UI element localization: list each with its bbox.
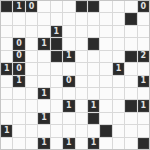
clue-digit: 1 (66, 102, 72, 110)
empty-cell-r4c9[interactable] (113, 51, 124, 62)
wall-cell-r4c4 (51, 51, 62, 62)
empty-cell-r6c0[interactable] (1, 76, 12, 87)
empty-cell-r5c8[interactable] (100, 63, 111, 74)
empty-cell-r1c9[interactable] (113, 13, 124, 24)
empty-cell-r1c4[interactable] (51, 13, 62, 24)
clue-digit: 1 (41, 139, 47, 147)
empty-cell-r8c9[interactable] (113, 100, 124, 111)
empty-cell-r9c6[interactable] (76, 113, 87, 124)
empty-cell-r11c10[interactable] (125, 138, 136, 149)
empty-cell-r2c10[interactable] (125, 26, 136, 37)
empty-cell-r11c6[interactable] (76, 138, 87, 149)
empty-cell-r8c6[interactable] (76, 100, 87, 111)
empty-cell-r5c3[interactable] (38, 63, 49, 74)
clue-digit: 0 (141, 2, 147, 10)
empty-cell-r1c11[interactable] (138, 13, 149, 24)
empty-cell-r8c3[interactable] (38, 100, 49, 111)
clue-cell-1-r8c11: 1 (138, 100, 149, 111)
empty-cell-r3c6[interactable] (76, 38, 87, 49)
empty-cell-r8c1[interactable] (13, 100, 24, 111)
empty-cell-r9c4[interactable] (51, 113, 62, 124)
empty-cell-r7c1[interactable] (13, 88, 24, 99)
empty-cell-r4c0[interactable] (1, 51, 12, 62)
empty-cell-r9c8[interactable] (100, 113, 111, 124)
wall-cell-r3c4 (51, 38, 62, 49)
wall-cell-r1c10 (125, 13, 136, 24)
empty-cell-r6c7[interactable] (88, 76, 99, 87)
empty-cell-r7c9[interactable] (113, 88, 124, 99)
clue-cell-1-r0c1: 1 (13, 1, 24, 12)
empty-cell-r3c8[interactable] (100, 38, 111, 49)
clue-digit: 1 (141, 77, 147, 85)
empty-cell-r0c4[interactable] (51, 1, 62, 12)
puzzle-board-frame: 100101012101101111111111 (0, 0, 150, 150)
clue-cell-0-r4c1: 0 (13, 51, 24, 62)
empty-cell-r0c10[interactable] (125, 1, 136, 12)
empty-cell-r5c10[interactable] (125, 63, 136, 74)
clue-cell-1-r5c9: 1 (113, 63, 124, 74)
clue-digit: 0 (16, 64, 22, 72)
clue-cell-1-r10c0: 1 (1, 125, 12, 136)
empty-cell-r5c2[interactable] (26, 63, 37, 74)
empty-cell-r9c9[interactable] (113, 113, 124, 124)
clue-digit: 1 (91, 102, 97, 110)
empty-cell-r6c4[interactable] (51, 76, 62, 87)
empty-cell-r7c8[interactable] (100, 88, 111, 99)
empty-cell-r9c2[interactable] (26, 113, 37, 124)
puzzle-board: 100101012101101111111111 (1, 1, 149, 149)
clue-digit: 1 (41, 89, 47, 97)
empty-cell-r4c2[interactable] (26, 51, 37, 62)
clue-cell-0-r0c2: 0 (26, 1, 37, 12)
empty-cell-r8c4[interactable] (51, 100, 62, 111)
clue-digit: 2 (141, 52, 147, 60)
clue-digit: 0 (16, 39, 22, 47)
clue-cell-1-r11c5: 1 (63, 138, 74, 149)
clue-cell-0-r6c5: 0 (63, 76, 74, 87)
clue-cell-1-r9c3: 1 (38, 113, 49, 124)
empty-cell-r6c8[interactable] (100, 76, 111, 87)
empty-cell-r6c6[interactable] (76, 76, 87, 87)
empty-cell-r4c7[interactable] (88, 51, 99, 62)
empty-cell-r4c8[interactable] (100, 51, 111, 62)
clue-cell-1-r11c7: 1 (88, 138, 99, 149)
empty-cell-r5c5[interactable] (63, 63, 74, 74)
empty-cell-r7c0[interactable] (1, 88, 12, 99)
clue-cell-1-r3c3: 1 (38, 38, 49, 49)
empty-cell-r1c6[interactable] (76, 13, 87, 24)
empty-cell-r10c9[interactable] (113, 125, 124, 136)
clue-digit: 0 (16, 52, 22, 60)
clue-digit: 1 (66, 52, 72, 60)
clue-cell-1-r4c5: 1 (63, 51, 74, 62)
empty-cell-r11c2[interactable] (26, 138, 37, 149)
clue-digit: 1 (4, 126, 10, 134)
empty-cell-r2c11[interactable] (138, 26, 149, 37)
clue-digit: 1 (16, 2, 22, 10)
empty-cell-r7c7[interactable] (88, 88, 99, 99)
clue-cell-1-r8c5: 1 (63, 100, 74, 111)
empty-cell-r1c0[interactable] (1, 13, 12, 24)
empty-cell-r2c8[interactable] (100, 26, 111, 37)
clue-digit: 1 (41, 39, 47, 47)
empty-cell-r2c0[interactable] (1, 26, 12, 37)
wall-cell-r10c8 (100, 125, 111, 136)
empty-cell-r1c1[interactable] (13, 13, 24, 24)
empty-cell-r2c3[interactable] (38, 26, 49, 37)
empty-cell-r7c4[interactable] (51, 88, 62, 99)
clue-cell-1-r6c1: 1 (13, 76, 24, 87)
empty-cell-r3c2[interactable] (26, 38, 37, 49)
clue-digit: 1 (141, 102, 147, 110)
clue-digit: 1 (16, 77, 22, 85)
empty-cell-r3c10[interactable] (125, 38, 136, 49)
empty-cell-r7c2[interactable] (26, 88, 37, 99)
empty-cell-r10c2[interactable] (26, 125, 37, 136)
empty-cell-r3c11[interactable] (138, 38, 149, 49)
empty-cell-r4c3[interactable] (38, 51, 49, 62)
clue-cell-1-r5c0: 1 (1, 63, 12, 74)
empty-cell-r0c3[interactable] (38, 1, 49, 12)
empty-cell-r2c6[interactable] (76, 26, 87, 37)
empty-cell-r10c3[interactable] (38, 125, 49, 136)
empty-cell-r1c3[interactable] (38, 13, 49, 24)
empty-cell-r6c10[interactable] (125, 76, 136, 87)
empty-cell-r3c0[interactable] (1, 38, 12, 49)
empty-cell-r6c2[interactable] (26, 76, 37, 87)
empty-cell-r8c8[interactable] (100, 100, 111, 111)
empty-cell-r11c4[interactable] (51, 138, 62, 149)
empty-cell-r11c1[interactable] (13, 138, 24, 149)
empty-cell-r10c6[interactable] (76, 125, 87, 136)
empty-cell-r10c1[interactable] (13, 125, 24, 136)
empty-cell-r10c7[interactable] (88, 125, 99, 136)
empty-cell-r7c6[interactable] (76, 88, 87, 99)
empty-cell-r4c6[interactable] (76, 51, 87, 62)
empty-cell-r7c10[interactable] (125, 88, 136, 99)
empty-cell-r1c7[interactable] (88, 13, 99, 24)
clue-cell-0-r5c1: 0 (13, 63, 24, 74)
clue-digit: 0 (66, 77, 72, 85)
clue-cell-1-r6c11: 1 (138, 76, 149, 87)
clue-cell-1-r7c3: 1 (38, 88, 49, 99)
empty-cell-r3c5[interactable] (63, 38, 74, 49)
empty-cell-r7c11[interactable] (138, 88, 149, 99)
empty-cell-r2c5[interactable] (63, 26, 74, 37)
clue-digit: 1 (116, 64, 122, 72)
empty-cell-r2c9[interactable] (113, 26, 124, 37)
empty-cell-r7c5[interactable] (63, 88, 74, 99)
empty-cell-r0c9[interactable] (113, 1, 124, 12)
empty-cell-r10c4[interactable] (51, 125, 62, 136)
empty-cell-r5c11[interactable] (138, 63, 149, 74)
empty-cell-r1c2[interactable] (26, 13, 37, 24)
wall-cell-r0c7 (88, 1, 99, 12)
empty-cell-r11c8[interactable] (100, 138, 111, 149)
clue-digit: 1 (41, 114, 47, 122)
empty-cell-r5c6[interactable] (76, 63, 87, 74)
clue-digit: 0 (29, 2, 35, 10)
empty-cell-r8c0[interactable] (1, 100, 12, 111)
empty-cell-r2c1[interactable] (13, 26, 24, 37)
wall-cell-r4c10 (125, 51, 136, 62)
wall-cell-r0c6 (76, 1, 87, 12)
clue-cell-1-r2c4: 1 (51, 26, 62, 37)
clue-cell-1-r11c3: 1 (38, 138, 49, 149)
clue-cell-0-r0c11: 0 (138, 1, 149, 12)
empty-cell-r9c10[interactable] (125, 113, 136, 124)
empty-cell-r10c5[interactable] (63, 125, 74, 136)
empty-cell-r1c8[interactable] (100, 13, 111, 24)
empty-cell-r11c9[interactable] (113, 138, 124, 149)
wall-cell-r3c7 (88, 38, 99, 49)
clue-cell-2-r4c11: 2 (138, 51, 149, 62)
empty-cell-r2c2[interactable] (26, 26, 37, 37)
empty-cell-r0c8[interactable] (100, 1, 111, 12)
clue-digit: 1 (66, 139, 72, 147)
empty-cell-r1c5[interactable] (63, 13, 74, 24)
clue-digit: 1 (4, 64, 10, 72)
wall-cell-r0c0 (1, 1, 12, 12)
empty-cell-r2c7[interactable] (88, 26, 99, 37)
empty-cell-r5c4[interactable] (51, 63, 62, 74)
wall-cell-r8c10 (125, 100, 136, 111)
empty-cell-r9c1[interactable] (13, 113, 24, 124)
clue-digit: 1 (91, 139, 97, 147)
clue-cell-1-r8c7: 1 (88, 100, 99, 111)
empty-cell-r5c7[interactable] (88, 63, 99, 74)
empty-cell-r6c9[interactable] (113, 76, 124, 87)
empty-cell-r9c11[interactable] (138, 113, 149, 124)
empty-cell-r0c5[interactable] (63, 1, 74, 12)
wall-cell-r11c11 (138, 138, 149, 149)
clue-cell-0-r3c1: 0 (13, 38, 24, 49)
empty-cell-r8c2[interactable] (26, 100, 37, 111)
empty-cell-r11c0[interactable] (1, 138, 12, 149)
empty-cell-r9c0[interactable] (1, 113, 12, 124)
empty-cell-r10c11[interactable] (138, 125, 149, 136)
empty-cell-r3c9[interactable] (113, 38, 124, 49)
wall-cell-r9c7 (88, 113, 99, 124)
empty-cell-r9c5[interactable] (63, 113, 74, 124)
empty-cell-r6c3[interactable] (38, 76, 49, 87)
clue-digit: 1 (54, 27, 60, 35)
empty-cell-r10c10[interactable] (125, 125, 136, 136)
